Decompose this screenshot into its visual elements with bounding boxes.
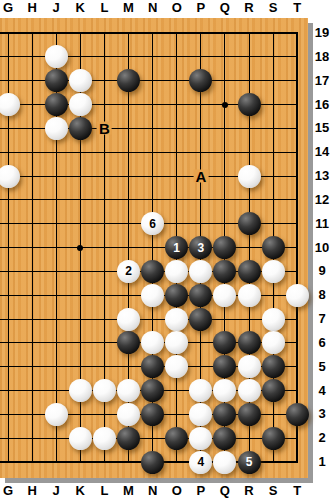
stone-white-K2 <box>69 427 92 450</box>
stone-white-S9 <box>262 260 285 283</box>
stone-black-N3 <box>141 403 164 426</box>
stone-black-T3 <box>286 403 309 426</box>
stone-white-M4 <box>117 379 140 402</box>
stone-black-P8 <box>189 284 212 307</box>
grid-line-row-7 <box>0 319 298 320</box>
stone-black-P10-move-3: 3 <box>189 236 212 259</box>
stone-white-N11-move-6: 6 <box>141 212 164 235</box>
coord-bottom-S: S <box>264 483 282 499</box>
stone-white-O9 <box>165 260 188 283</box>
stone-white-O5 <box>165 355 188 378</box>
coord-top-O: O <box>168 0 186 16</box>
coord-top-M: M <box>120 0 138 16</box>
coord-bottom-K: K <box>71 483 89 499</box>
stone-white-P4 <box>189 379 212 402</box>
stone-black-R16 <box>238 93 261 116</box>
stone-black-S2 <box>262 427 285 450</box>
move-number: 5 <box>246 456 253 468</box>
star-point-Q16 <box>222 102 228 108</box>
coord-right-12: 12 <box>312 192 332 208</box>
stone-white-Q4 <box>213 379 236 402</box>
coord-bottom-H: H <box>23 483 41 499</box>
stone-white-N6 <box>141 331 164 354</box>
stone-white-J3 <box>45 403 68 426</box>
stone-white-R4 <box>238 379 261 402</box>
stone-white-J18 <box>45 45 68 68</box>
coord-right-1: 1 <box>312 454 332 470</box>
stone-black-J17 <box>45 69 68 92</box>
point-label-B: B <box>97 122 112 135</box>
stone-white-R8 <box>238 284 261 307</box>
stone-black-J16 <box>45 93 68 116</box>
stone-white-L4 <box>93 379 116 402</box>
stone-black-Q9 <box>213 260 236 283</box>
coord-right-13: 13 <box>312 168 332 184</box>
stone-black-N9 <box>141 260 164 283</box>
coord-bottom-J: J <box>47 483 65 499</box>
stone-black-S10 <box>262 236 285 259</box>
coord-top-R: R <box>240 0 258 16</box>
coord-top-P: P <box>192 0 210 16</box>
coord-right-9: 9 <box>312 263 332 279</box>
coord-right-14: 14 <box>312 144 332 160</box>
stone-black-Q3 <box>213 403 236 426</box>
coord-right-3: 3 <box>312 406 332 422</box>
stone-white-Q1 <box>213 451 236 474</box>
coord-top-T: T <box>288 0 306 16</box>
coord-right-18: 18 <box>312 49 332 65</box>
grid-line-row-2 <box>0 438 298 439</box>
move-number: 6 <box>149 218 156 230</box>
coord-right-4: 4 <box>312 383 332 399</box>
coord-top-J: J <box>47 0 65 16</box>
stone-white-O6 <box>165 331 188 354</box>
coord-right-10: 10 <box>312 240 332 256</box>
point-label-A: A <box>193 170 208 183</box>
move-number: 4 <box>197 456 204 468</box>
stone-white-M9-move-2: 2 <box>117 260 140 283</box>
move-number: 2 <box>125 265 132 277</box>
coord-right-5: 5 <box>312 359 332 375</box>
coord-bottom-L: L <box>95 483 113 499</box>
coord-bottom-P: P <box>192 483 210 499</box>
stone-white-K4 <box>69 379 92 402</box>
stone-black-R3 <box>238 403 261 426</box>
coord-right-16: 16 <box>312 97 332 113</box>
coord-bottom-T: T <box>288 483 306 499</box>
stone-white-N8 <box>141 284 164 307</box>
stone-black-Q2 <box>213 427 236 450</box>
stone-black-Q10 <box>213 236 236 259</box>
grid-line-row-12 <box>0 199 298 200</box>
stone-white-M7 <box>117 308 140 331</box>
coord-bottom-M: M <box>120 483 138 499</box>
coord-right-17: 17 <box>312 73 332 89</box>
move-number: 3 <box>197 242 204 254</box>
stone-white-G16 <box>0 93 20 116</box>
stone-black-N5 <box>141 355 164 378</box>
stone-black-O8 <box>165 284 188 307</box>
stone-white-K16 <box>69 93 92 116</box>
grid-line-row-10 <box>0 247 298 248</box>
stone-black-P7 <box>189 308 212 331</box>
stone-white-R5 <box>238 355 261 378</box>
move-number: 1 <box>173 242 180 254</box>
coord-bottom-G: G <box>0 483 17 499</box>
coord-top-S: S <box>264 0 282 16</box>
stone-white-P9 <box>189 260 212 283</box>
coord-top-G: G <box>0 0 17 16</box>
stone-white-P1-move-4: 4 <box>189 451 212 474</box>
coord-right-8: 8 <box>312 287 332 303</box>
stone-white-M3 <box>117 403 140 426</box>
stone-white-G13 <box>0 165 20 188</box>
coord-bottom-O: O <box>168 483 186 499</box>
stone-white-J15 <box>45 117 68 140</box>
coord-right-6: 6 <box>312 335 332 351</box>
coord-bottom-R: R <box>240 483 258 499</box>
stone-black-K15 <box>69 117 92 140</box>
coord-top-L: L <box>95 0 113 16</box>
stone-white-R13 <box>238 165 261 188</box>
stone-white-S7 <box>262 308 285 331</box>
coord-bottom-N: N <box>144 483 162 499</box>
stone-black-R1-move-5: 5 <box>238 451 261 474</box>
go-diagram: AB613245 GHJKLMNOPQRSTGHJKLMNOPQRST19181… <box>0 0 332 500</box>
stone-black-R11 <box>238 212 261 235</box>
stone-white-Q8 <box>213 284 236 307</box>
stone-black-N1 <box>141 451 164 474</box>
stone-white-T8 <box>286 284 309 307</box>
grid-line-row-14 <box>0 152 298 153</box>
stone-black-R6 <box>238 331 261 354</box>
stone-black-M6 <box>117 331 140 354</box>
coord-top-N: N <box>144 0 162 16</box>
coord-right-11: 11 <box>312 216 332 232</box>
coord-top-H: H <box>23 0 41 16</box>
stone-black-R9 <box>238 260 261 283</box>
star-point-K10 <box>77 245 83 251</box>
stone-white-L2 <box>93 427 116 450</box>
stone-white-O7 <box>165 308 188 331</box>
stone-black-P17 <box>189 69 212 92</box>
stone-black-O10-move-1: 1 <box>165 236 188 259</box>
stone-black-N4 <box>141 379 164 402</box>
stone-white-P3 <box>189 403 212 426</box>
coord-right-7: 7 <box>312 311 332 327</box>
go-board[interactable]: AB613245 <box>0 18 308 478</box>
stone-black-Q6 <box>213 331 236 354</box>
stone-black-Q5 <box>213 355 236 378</box>
coord-top-K: K <box>71 0 89 16</box>
stone-white-K17 <box>69 69 92 92</box>
grid-line-row-19 <box>0 32 298 34</box>
stone-black-S5 <box>262 355 285 378</box>
stone-black-M17 <box>117 69 140 92</box>
stone-black-M2 <box>117 427 140 450</box>
coord-top-Q: Q <box>216 0 234 16</box>
coord-right-2: 2 <box>312 430 332 446</box>
coord-right-19: 19 <box>312 25 332 41</box>
stone-black-S4 <box>262 379 285 402</box>
coord-right-15: 15 <box>312 120 332 136</box>
stone-white-S6 <box>262 331 285 354</box>
stone-white-P2 <box>189 427 212 450</box>
coord-bottom-Q: Q <box>216 483 234 499</box>
stone-black-O2 <box>165 427 188 450</box>
